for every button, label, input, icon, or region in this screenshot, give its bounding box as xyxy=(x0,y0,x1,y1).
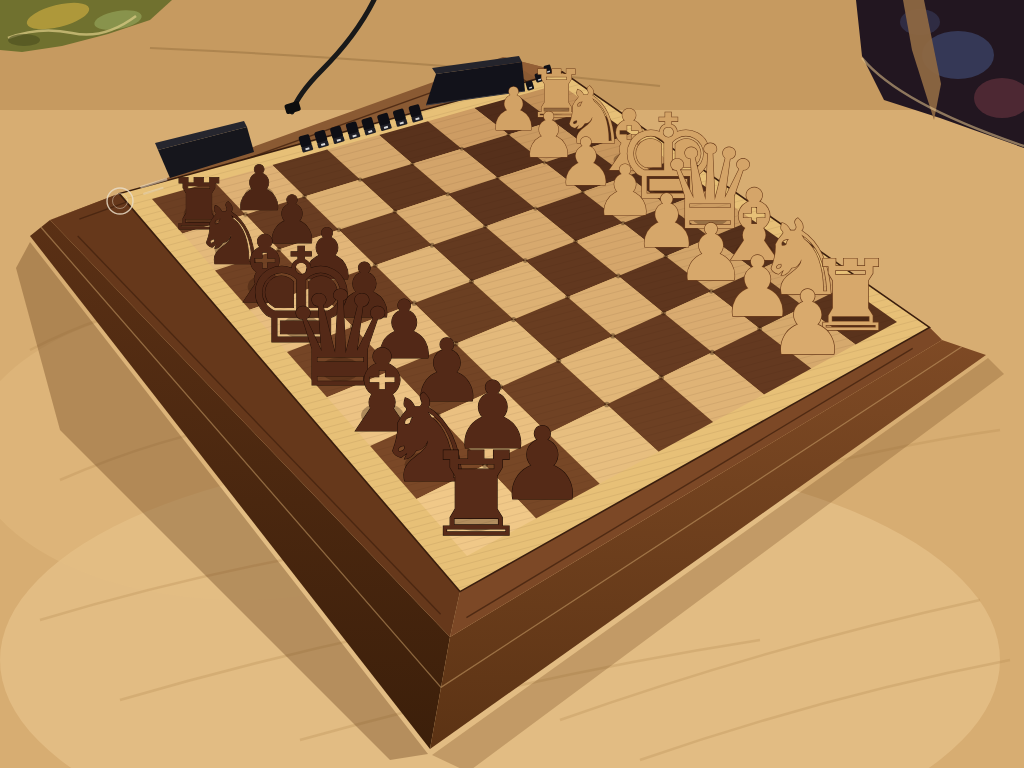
led-dot xyxy=(610,333,615,338)
led-dot xyxy=(460,147,464,151)
led-dot xyxy=(604,402,610,408)
led-dot xyxy=(565,295,570,300)
led-dot xyxy=(573,239,578,244)
led-dot xyxy=(469,279,474,284)
led-dot xyxy=(533,206,537,210)
led-dot xyxy=(410,162,414,166)
piece-black-rook-a8[interactable]: ♜ xyxy=(424,427,528,562)
led-dot xyxy=(556,358,561,363)
led-dot xyxy=(659,375,664,380)
led-dot xyxy=(358,177,362,181)
chess-photo-scene: Angled photo of a wooden electronic ches… xyxy=(0,0,1024,768)
piece-white-pawn-a2[interactable]: ♟ xyxy=(768,271,848,375)
led-dot xyxy=(661,310,666,315)
led-dot xyxy=(511,317,516,322)
led-dot xyxy=(393,209,398,214)
led-dot xyxy=(495,176,499,180)
led-dot xyxy=(710,350,715,355)
led-dot xyxy=(523,258,528,263)
led-dot xyxy=(446,192,450,196)
led-dot xyxy=(430,243,435,248)
chessboard-scene-svg: ♜♟♞♟♝♟♚♟♟♜♛♟♟♞♝♟♟♞♝♟♟♜♚♟♟♛♟♝♟♞♟♜ xyxy=(0,0,1024,768)
led-dot xyxy=(483,224,488,229)
led-dot xyxy=(616,274,621,279)
